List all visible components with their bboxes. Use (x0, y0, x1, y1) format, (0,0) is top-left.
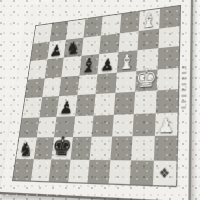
square[interactable] (108, 160, 131, 185)
black-bishop[interactable]: ♝ (80, 55, 98, 75)
black-pawn[interactable]: ♟ (100, 56, 115, 74)
white-pawn[interactable]: ♟ (157, 116, 174, 136)
square[interactable] (131, 136, 154, 160)
square[interactable] (138, 28, 159, 50)
square[interactable] (159, 6, 180, 28)
square[interactable]: ♟ (154, 112, 177, 136)
white-king[interactable]: ♚ (135, 65, 158, 92)
square[interactable] (157, 46, 179, 69)
square[interactable] (130, 160, 154, 185)
black-pawn[interactable]: ♟ (59, 99, 74, 116)
square[interactable] (96, 72, 117, 94)
square[interactable]: ♟ (97, 52, 118, 73)
board-grid: ♝♟♞♝♟♝♚♟♟♞♚❖ (13, 6, 180, 186)
square[interactable] (70, 137, 92, 160)
black-knight[interactable]: ♞ (18, 139, 35, 159)
square[interactable] (87, 159, 109, 183)
square[interactable] (158, 26, 180, 49)
square[interactable] (134, 90, 156, 113)
square[interactable] (156, 67, 178, 90)
square[interactable]: ♚ (135, 69, 157, 92)
square[interactable]: ♝ (116, 50, 137, 72)
square[interactable]: ❖ (152, 160, 176, 186)
black-knight[interactable]: ♞ (65, 39, 81, 58)
square[interactable] (75, 94, 96, 116)
white-bishop[interactable]: ♝ (140, 10, 158, 31)
square[interactable]: ♚ (51, 137, 72, 159)
chess-board: ♝♟♞♝♟♝♚♟♟♞♚❖ (13, 6, 180, 186)
black-king[interactable]: ♚ (51, 133, 74, 159)
square[interactable] (59, 75, 79, 96)
board-photo: ♝♟♞♝♟♝♚♟♟♞♚❖ (0, 0, 200, 200)
white-bishop[interactable]: ♝ (118, 51, 137, 72)
square[interactable] (133, 113, 156, 136)
square[interactable] (49, 159, 70, 182)
square[interactable]: ♝ (79, 54, 99, 75)
black-pawn[interactable]: ♟ (49, 43, 63, 59)
square[interactable] (92, 114, 114, 136)
square[interactable] (112, 114, 134, 137)
square[interactable] (115, 71, 136, 93)
board-maker-mark: ❖ (159, 165, 170, 180)
square[interactable] (72, 115, 93, 137)
square[interactable] (119, 12, 139, 33)
square[interactable] (155, 89, 178, 113)
square[interactable]: ♟ (57, 95, 77, 116)
square[interactable] (110, 136, 133, 160)
square[interactable] (90, 136, 112, 159)
square[interactable]: ♝ (139, 9, 160, 31)
square[interactable] (68, 159, 90, 183)
square[interactable] (99, 33, 119, 54)
square[interactable] (153, 136, 177, 161)
board-edge-brand-marking (181, 66, 186, 110)
square[interactable] (113, 92, 135, 115)
square[interactable] (77, 74, 97, 95)
square[interactable] (94, 93, 115, 115)
